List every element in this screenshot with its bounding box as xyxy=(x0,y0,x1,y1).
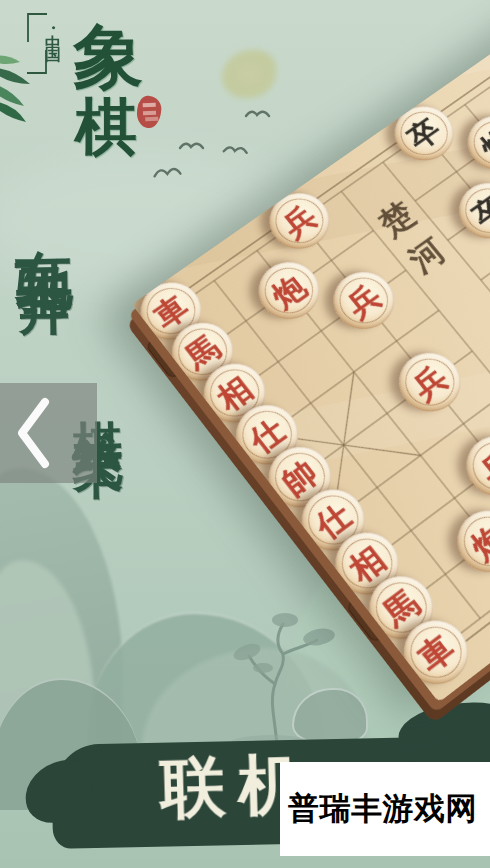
back-overlay[interactable] xyxy=(0,383,97,483)
piece-rC[interactable]: 炮 xyxy=(445,499,490,585)
piece-rC[interactable]: 炮 xyxy=(247,251,331,330)
poster: 楚 河 車馬象士將士象馬車炮炮卒卒卒卒卒兵兵兵兵兵炮炮車馬相仕帥仕相馬車 中·国… xyxy=(0,0,490,868)
red-seal-stamp xyxy=(135,95,162,129)
piece-bP[interactable]: 卒 xyxy=(383,96,465,171)
piece-bP[interactable]: 卒 xyxy=(447,172,490,249)
watermark-box: 普瑞丰游戏网 xyxy=(280,762,490,856)
piece-glyph: 卒 xyxy=(402,113,446,153)
piece-glyph: 兵 xyxy=(277,200,321,241)
logo-title-char: 象 xyxy=(58,22,158,92)
chevron-left-icon[interactable] xyxy=(14,397,54,469)
piece-glyph: 卒 xyxy=(467,190,490,231)
piece-glyph: 炮 xyxy=(266,269,311,311)
piece-glyph: 兵 xyxy=(474,444,490,489)
piece-glyph: 兵 xyxy=(341,279,386,321)
piece-glyph: 車 xyxy=(412,629,460,676)
piece-glyph: 帥 xyxy=(277,455,323,500)
piece-glyph: 炮 xyxy=(466,518,490,564)
app-logo: 中·国 象 棋 xyxy=(18,6,188,176)
watermark-text: 普瑞丰游戏网 xyxy=(288,788,477,830)
piece-glyph: 炮 xyxy=(475,123,490,163)
tree-silhouette xyxy=(225,606,345,751)
piece-bC[interactable]: 炮 xyxy=(456,105,490,181)
leaf-wash xyxy=(222,50,276,98)
piece-glyph: 兵 xyxy=(407,360,453,404)
piece-rP[interactable]: 兵 xyxy=(387,341,473,423)
tagline-line1: 车驰马奔 xyxy=(16,202,74,247)
piece-rP[interactable]: 兵 xyxy=(454,424,490,508)
piece-glyph: 相 xyxy=(344,540,391,586)
piece-rP[interactable]: 兵 xyxy=(322,261,407,341)
piece-glyph: 仕 xyxy=(310,497,357,542)
piece-glyph: 馬 xyxy=(378,584,425,631)
